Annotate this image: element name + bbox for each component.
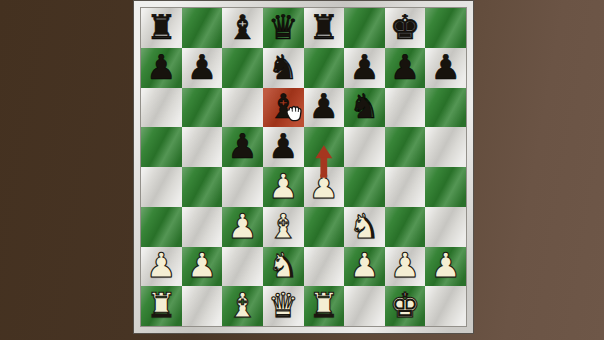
square-b6[interactable] (182, 88, 223, 128)
square-g2[interactable]: ♟ (385, 247, 426, 287)
chess-board: ♜♝♛♜♚♟♟♞♟♟♟♝♟♞♟♟♟♟♟♝♞♟♟♞♟♟♟♜♝♛♜♚ (140, 7, 467, 327)
square-b4[interactable] (182, 167, 223, 207)
white-knight[interactable]: ♞ (349, 209, 379, 243)
square-g5[interactable] (385, 127, 426, 167)
square-f4[interactable] (344, 167, 385, 207)
square-d7[interactable]: ♞ (263, 48, 304, 88)
white-pawn[interactable]: ♟ (430, 248, 460, 282)
square-e3[interactable] (304, 207, 345, 247)
white-rook[interactable]: ♜ (309, 288, 339, 322)
square-d5[interactable]: ♟ (263, 127, 304, 167)
square-h7[interactable]: ♟ (425, 48, 466, 88)
square-g1[interactable]: ♚ (385, 286, 426, 326)
white-pawn[interactable]: ♟ (146, 248, 176, 282)
square-a1[interactable]: ♜ (141, 286, 182, 326)
black-pawn[interactable]: ♟ (268, 129, 298, 163)
white-pawn[interactable]: ♟ (268, 169, 298, 203)
square-e4[interactable]: ♟ (304, 167, 345, 207)
black-bishop[interactable]: ♝ (227, 10, 257, 44)
square-f1[interactable] (344, 286, 385, 326)
white-king[interactable]: ♚ (390, 288, 420, 322)
white-pawn[interactable]: ♟ (349, 248, 379, 282)
square-b2[interactable]: ♟ (182, 247, 223, 287)
white-knight[interactable]: ♞ (268, 248, 298, 282)
black-bishop[interactable]: ♝ (268, 89, 298, 123)
square-f6[interactable]: ♞ (344, 88, 385, 128)
square-c1[interactable]: ♝ (222, 286, 263, 326)
black-pawn[interactable]: ♟ (187, 50, 217, 84)
square-a4[interactable] (141, 167, 182, 207)
square-b3[interactable] (182, 207, 223, 247)
square-d1[interactable]: ♛ (263, 286, 304, 326)
square-b1[interactable] (182, 286, 223, 326)
square-c7[interactable] (222, 48, 263, 88)
chess-board-frame: ♜♝♛♜♚♟♟♞♟♟♟♝♟♞♟♟♟♟♟♝♞♟♟♞♟♟♟♜♝♛♜♚ (133, 0, 474, 334)
black-knight[interactable]: ♞ (268, 50, 298, 84)
square-c4[interactable] (222, 167, 263, 207)
black-king[interactable]: ♚ (390, 10, 420, 44)
white-pawn[interactable]: ♟ (390, 248, 420, 282)
square-a5[interactable] (141, 127, 182, 167)
square-h8[interactable] (425, 8, 466, 48)
square-c8[interactable]: ♝ (222, 8, 263, 48)
square-b8[interactable] (182, 8, 223, 48)
square-h5[interactable] (425, 127, 466, 167)
black-rook[interactable]: ♜ (309, 10, 339, 44)
square-g4[interactable] (385, 167, 426, 207)
white-bishop[interactable]: ♝ (268, 209, 298, 243)
black-pawn[interactable]: ♟ (349, 50, 379, 84)
black-rook[interactable]: ♜ (146, 10, 176, 44)
square-d2[interactable]: ♞ (263, 247, 304, 287)
square-a2[interactable]: ♟ (141, 247, 182, 287)
black-pawn[interactable]: ♟ (390, 50, 420, 84)
white-bishop[interactable]: ♝ (227, 288, 257, 322)
square-a3[interactable] (141, 207, 182, 247)
square-d8[interactable]: ♛ (263, 8, 304, 48)
black-pawn[interactable]: ♟ (309, 89, 339, 123)
scene: { "game": "chess", "position": { "fen": … (0, 0, 604, 340)
white-rook[interactable]: ♜ (146, 288, 176, 322)
square-d3[interactable]: ♝ (263, 207, 304, 247)
square-d4[interactable]: ♟ (263, 167, 304, 207)
square-e5[interactable] (304, 127, 345, 167)
white-pawn[interactable]: ♟ (309, 169, 339, 203)
square-g6[interactable] (385, 88, 426, 128)
square-e6[interactable]: ♟ (304, 88, 345, 128)
square-e1[interactable]: ♜ (304, 286, 345, 326)
black-pawn[interactable]: ♟ (227, 129, 257, 163)
square-d6[interactable]: ♝ (263, 88, 304, 128)
square-a7[interactable]: ♟ (141, 48, 182, 88)
square-h6[interactable] (425, 88, 466, 128)
white-pawn[interactable]: ♟ (187, 248, 217, 282)
square-f7[interactable]: ♟ (344, 48, 385, 88)
square-c2[interactable] (222, 247, 263, 287)
square-c5[interactable]: ♟ (222, 127, 263, 167)
black-pawn[interactable]: ♟ (146, 50, 176, 84)
square-g8[interactable]: ♚ (385, 8, 426, 48)
white-queen[interactable]: ♛ (268, 288, 298, 322)
square-c3[interactable]: ♟ (222, 207, 263, 247)
square-g7[interactable]: ♟ (385, 48, 426, 88)
square-h4[interactable] (425, 167, 466, 207)
black-knight[interactable]: ♞ (349, 89, 379, 123)
square-a8[interactable]: ♜ (141, 8, 182, 48)
square-e8[interactable]: ♜ (304, 8, 345, 48)
square-a6[interactable] (141, 88, 182, 128)
square-h3[interactable] (425, 207, 466, 247)
white-pawn[interactable]: ♟ (227, 209, 257, 243)
square-g3[interactable] (385, 207, 426, 247)
square-e2[interactable] (304, 247, 345, 287)
square-e7[interactable] (304, 48, 345, 88)
square-c6[interactable] (222, 88, 263, 128)
black-pawn[interactable]: ♟ (430, 50, 460, 84)
square-f2[interactable]: ♟ (344, 247, 385, 287)
square-h2[interactable]: ♟ (425, 247, 466, 287)
board-grid: ♜♝♛♜♚♟♟♞♟♟♟♝♟♞♟♟♟♟♟♝♞♟♟♞♟♟♟♜♝♛♜♚ (141, 8, 466, 326)
square-b5[interactable] (182, 127, 223, 167)
square-f5[interactable] (344, 127, 385, 167)
square-h1[interactable] (425, 286, 466, 326)
square-f8[interactable] (344, 8, 385, 48)
black-queen[interactable]: ♛ (268, 10, 298, 44)
square-f3[interactable]: ♞ (344, 207, 385, 247)
square-b7[interactable]: ♟ (182, 48, 223, 88)
